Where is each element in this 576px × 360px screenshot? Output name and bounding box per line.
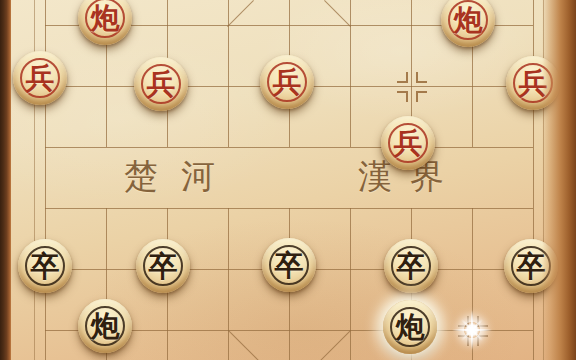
xiangqi-board[interactable]: 楚河 漢界 炮炮兵兵兵兵兵卒卒卒卒卒炮炮 — [0, 0, 576, 360]
piece-black-soldier-file3[interactable]: 卒 — [136, 239, 190, 293]
piece-red-soldier-file5[interactable]: 兵 — [260, 55, 314, 109]
piece-black-soldier-file1[interactable]: 卒 — [18, 239, 72, 293]
piece-character: 卒 — [262, 238, 316, 292]
palace-diagonal-line — [227, 330, 258, 360]
palace-diagonal-line — [319, 330, 350, 360]
grid-line-vertical — [350, 0, 351, 147]
piece-character: 卒 — [384, 239, 438, 293]
grid-line-vertical — [533, 0, 534, 360]
piece-black-soldier-file7[interactable]: 卒 — [384, 239, 438, 293]
piece-character: 炮 — [383, 300, 437, 354]
piece-red-soldier-file7-advanced[interactable]: 兵 — [381, 116, 435, 170]
piece-character: 炮 — [78, 0, 132, 45]
piece-character: 卒 — [18, 239, 72, 293]
piece-character: 兵 — [381, 116, 435, 170]
grid-line-vertical — [228, 208, 229, 360]
piece-black-cannon-left[interactable]: 炮 — [78, 299, 132, 353]
tap-sparkle — [448, 306, 496, 354]
piece-character: 卒 — [136, 239, 190, 293]
grid-line-horizontal — [45, 147, 533, 148]
grid-line-vertical — [350, 208, 351, 360]
board-frame-right-edge — [542, 0, 576, 360]
piece-character: 炮 — [441, 0, 495, 47]
piece-red-cannon-left[interactable]: 炮 — [78, 0, 132, 45]
piece-character: 炮 — [78, 299, 132, 353]
grid-line-vertical — [228, 0, 229, 147]
grid-line-horizontal — [45, 208, 533, 209]
piece-black-cannon-just-moved[interactable]: 炮 — [383, 300, 437, 354]
piece-red-soldier-file1[interactable]: 兵 — [13, 51, 67, 105]
piece-character: 兵 — [134, 57, 188, 111]
river-label-chu-he: 楚河 — [124, 159, 238, 193]
piece-red-soldier-file3[interactable]: 兵 — [134, 57, 188, 111]
piece-red-cannon-right[interactable]: 炮 — [441, 0, 495, 47]
piece-character: 兵 — [260, 55, 314, 109]
piece-character: 兵 — [13, 51, 67, 105]
game-screen: 楚河 漢界 炮炮兵兵兵兵兵卒卒卒卒卒炮炮 — [0, 0, 576, 360]
palace-diagonal-line — [324, 0, 351, 26]
piece-black-soldier-file5[interactable]: 卒 — [262, 238, 316, 292]
board-frame-left-edge — [0, 0, 11, 360]
palace-diagonal-line — [227, 0, 254, 26]
